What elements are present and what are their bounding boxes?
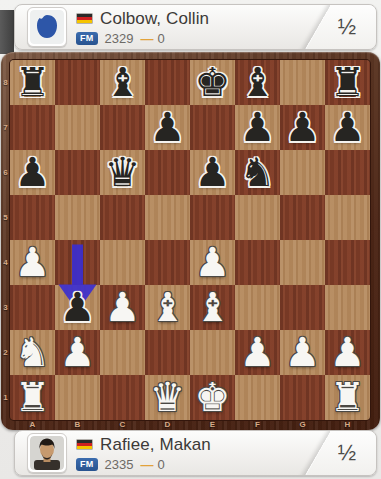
germany-flag-icon	[76, 439, 93, 450]
piece-white-rook-h1[interactable]: ♜	[325, 375, 370, 420]
piece-black-pawn-d7[interactable]: ♟	[145, 105, 190, 150]
rank-label-1: 1	[1, 375, 10, 420]
piece-black-rook-a8[interactable]: ♜	[10, 60, 55, 105]
rank-label-5: 5	[1, 195, 10, 240]
piece-white-pawn-b2[interactable]: ♟	[55, 330, 100, 375]
rating-change-dash: —	[141, 31, 154, 46]
piece-black-bishop-c8[interactable]: ♝	[100, 60, 145, 105]
rating-change-value: 0	[158, 457, 165, 472]
piece-black-pawn-g7[interactable]: ♟	[280, 105, 325, 150]
board-squares-area: ♜♝♚♝♜♟♟♟♟♟♛♟♞♟♟♟♟♝♝♞♟♟♟♟♜♛♚♜	[10, 60, 370, 420]
rating-change-dash: —	[141, 457, 154, 472]
piece-white-pawn-c3[interactable]: ♟	[100, 285, 145, 330]
file-labels: ABCDEFGH	[10, 420, 370, 430]
background-side-strip	[0, 10, 14, 54]
player-name: Rafiee, Makan	[100, 435, 211, 455]
piece-white-pawn-e4[interactable]: ♟	[190, 240, 235, 285]
piece-black-rook-h8[interactable]: ♜	[325, 60, 370, 105]
title-badge: FM	[76, 32, 98, 45]
piece-white-knight-a2[interactable]: ♞	[10, 330, 55, 375]
player-rating: 2335	[105, 457, 134, 472]
score-zone-bottom: ½	[292, 431, 376, 475]
file-label-h: H	[325, 420, 370, 430]
chess-board: 87654321 ABCDEFGH ♜♝♚♝♜♟♟♟♟♟♛♟♞♟♟♟♟♝♝♞♟♟…	[1, 52, 380, 430]
piece-black-pawn-a6[interactable]: ♟	[10, 150, 55, 195]
rank-label-2: 2	[1, 330, 10, 375]
piece-black-king-e8[interactable]: ♚	[190, 60, 235, 105]
piece-black-pawn-f7[interactable]: ♟	[235, 105, 280, 150]
rank-label-3: 3	[1, 285, 10, 330]
rank-labels: 87654321	[1, 60, 10, 420]
piece-white-rook-a1[interactable]: ♜	[10, 375, 55, 420]
piece-white-pawn-g2[interactable]: ♟	[280, 330, 325, 375]
germany-flag-icon	[76, 13, 93, 24]
player-name: Colbow, Collin	[100, 9, 209, 29]
file-label-b: B	[55, 420, 100, 430]
file-label-c: C	[100, 420, 145, 430]
player-score: ½	[338, 14, 356, 40]
player-rating: 2329	[105, 31, 134, 46]
rating-change: — 0	[141, 31, 165, 46]
file-label-e: E	[190, 420, 235, 430]
default-avatar-icon	[30, 10, 64, 44]
piece-black-bishop-f8[interactable]: ♝	[235, 60, 280, 105]
player-info-top: Colbow, Collin FM 2329 — 0	[76, 9, 209, 46]
piece-black-queen-c6[interactable]: ♛	[100, 150, 145, 195]
player-card-top: Colbow, Collin FM 2329 — 0 ½	[14, 4, 377, 50]
file-label-a: A	[10, 420, 55, 430]
player-info-bottom: Rafiee, Makan FM 2335 — 0	[76, 435, 211, 472]
rating-change-value: 0	[158, 31, 165, 46]
avatar-frame-bottom	[27, 433, 67, 473]
rating-change: — 0	[141, 457, 165, 472]
rank-label-7: 7	[1, 105, 10, 150]
piece-black-knight-f6[interactable]: ♞	[235, 150, 280, 195]
score-zone-top: ½	[292, 5, 376, 49]
player-score: ½	[338, 440, 356, 466]
file-label-d: D	[145, 420, 190, 430]
file-label-f: F	[235, 420, 280, 430]
player-card-bottom: Rafiee, Makan FM 2335 — 0 ½	[14, 430, 377, 476]
piece-black-pawn-h7[interactable]: ♟	[325, 105, 370, 150]
rank-label-6: 6	[1, 150, 10, 195]
piece-white-pawn-a4[interactable]: ♟	[10, 240, 55, 285]
piece-black-pawn-e6[interactable]: ♟	[190, 150, 235, 195]
piece-black-pawn-b3[interactable]: ♟	[55, 285, 100, 330]
piece-white-pawn-f2[interactable]: ♟	[235, 330, 280, 375]
player-photo	[30, 436, 64, 470]
file-label-g: G	[280, 420, 325, 430]
piece-layer: ♜♝♚♝♜♟♟♟♟♟♛♟♞♟♟♟♟♝♝♞♟♟♟♟♜♛♚♜	[10, 60, 370, 420]
piece-white-king-e1[interactable]: ♚	[190, 375, 235, 420]
piece-white-bishop-d3[interactable]: ♝	[145, 285, 190, 330]
title-badge: FM	[76, 458, 98, 471]
rank-label-8: 8	[1, 60, 10, 105]
rank-label-4: 4	[1, 240, 10, 285]
avatar-frame-top	[27, 7, 67, 47]
piece-white-queen-d1[interactable]: ♛	[145, 375, 190, 420]
piece-white-bishop-e3[interactable]: ♝	[190, 285, 235, 330]
piece-white-pawn-h2[interactable]: ♟	[325, 330, 370, 375]
